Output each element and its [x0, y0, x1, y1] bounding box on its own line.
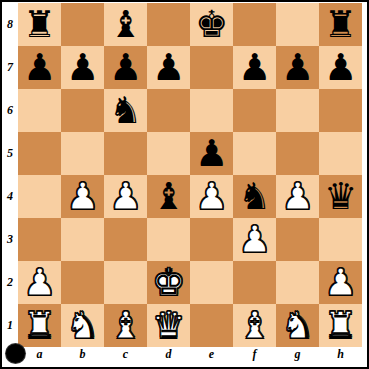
square-c5[interactable] [104, 132, 147, 175]
square-a6[interactable] [18, 89, 61, 132]
black-pawn-icon: ♟ [190, 132, 233, 175]
black-queen-icon: ♛ [319, 175, 362, 218]
white-knight-icon: ♞ [276, 304, 319, 347]
square-g4[interactable]: ♟ [276, 175, 319, 218]
black-pawn-icon: ♟ [104, 46, 147, 89]
square-f5[interactable] [233, 132, 276, 175]
white-pawn-icon: ♟ [61, 175, 104, 218]
square-g1[interactable]: ♞ [276, 304, 319, 347]
white-bishop-icon: ♝ [104, 304, 147, 347]
black-bishop-icon: ♝ [147, 175, 190, 218]
white-king-icon: ♚ [147, 261, 190, 304]
square-e1[interactable] [190, 304, 233, 347]
square-e7[interactable] [190, 46, 233, 89]
black-pawn-icon: ♟ [61, 46, 104, 89]
white-knight-icon: ♞ [61, 304, 104, 347]
square-g3[interactable] [276, 218, 319, 261]
square-g5[interactable] [276, 132, 319, 175]
black-bishop-icon: ♝ [104, 3, 147, 46]
square-g2[interactable] [276, 261, 319, 304]
square-a1[interactable]: ♜ [18, 304, 61, 347]
black-to-move-indicator-icon [6, 344, 25, 363]
square-f1[interactable]: ♝ [233, 304, 276, 347]
square-h4[interactable]: ♛ [319, 175, 362, 218]
black-knight-icon: ♞ [104, 89, 147, 132]
black-rook-icon: ♜ [319, 3, 362, 46]
rank-label-7: 7 [2, 46, 18, 89]
square-f7[interactable]: ♟ [233, 46, 276, 89]
white-rook-icon: ♜ [18, 304, 61, 347]
square-d2[interactable]: ♚ [147, 261, 190, 304]
square-c1[interactable]: ♝ [104, 304, 147, 347]
white-pawn-icon: ♟ [18, 261, 61, 304]
square-a8[interactable]: ♜ [18, 3, 61, 46]
square-h6[interactable] [319, 89, 362, 132]
rank-label-8: 8 [2, 3, 18, 46]
square-e2[interactable] [190, 261, 233, 304]
square-f6[interactable] [233, 89, 276, 132]
black-knight-icon: ♞ [233, 175, 276, 218]
black-pawn-icon: ♟ [18, 46, 61, 89]
square-c3[interactable] [104, 218, 147, 261]
square-e5[interactable]: ♟ [190, 132, 233, 175]
rank-label-6: 6 [2, 89, 18, 132]
square-e4[interactable]: ♟ [190, 175, 233, 218]
square-f8[interactable] [233, 3, 276, 46]
chess-board: ♜♝♚♜♟♟♟♟♟♟♟♞♟♟♟♝♟♞♟♛♟♟♚♟♜♞♝♛♝♞♜ [18, 3, 362, 347]
square-a5[interactable] [18, 132, 61, 175]
square-g7[interactable]: ♟ [276, 46, 319, 89]
square-c6[interactable]: ♞ [104, 89, 147, 132]
square-c8[interactable]: ♝ [104, 3, 147, 46]
square-f3[interactable]: ♟ [233, 218, 276, 261]
square-h3[interactable] [319, 218, 362, 261]
file-label-h: h [319, 347, 362, 364]
square-f2[interactable] [233, 261, 276, 304]
rank-label-1: 1 [2, 304, 18, 347]
square-d4[interactable]: ♝ [147, 175, 190, 218]
square-d1[interactable]: ♛ [147, 304, 190, 347]
white-pawn-icon: ♟ [276, 175, 319, 218]
square-d5[interactable] [147, 132, 190, 175]
chess-diagram: 87654321 ♜♝♚♜♟♟♟♟♟♟♟♞♟♟♟♝♟♞♟♛♟♟♚♟♜♞♝♛♝♞♜… [0, 0, 369, 369]
white-pawn-icon: ♟ [104, 175, 147, 218]
white-bishop-icon: ♝ [233, 304, 276, 347]
square-d3[interactable] [147, 218, 190, 261]
square-b3[interactable] [61, 218, 104, 261]
square-e3[interactable] [190, 218, 233, 261]
rank-label-4: 4 [2, 175, 18, 218]
white-rook-icon: ♜ [319, 304, 362, 347]
square-h5[interactable] [319, 132, 362, 175]
board-row: 87654321 ♜♝♚♜♟♟♟♟♟♟♟♞♟♟♟♝♟♞♟♛♟♟♚♟♜♞♝♛♝♞♜ [2, 2, 367, 347]
square-b5[interactable] [61, 132, 104, 175]
rank-label-2: 2 [2, 261, 18, 304]
file-label-c: c [104, 347, 147, 364]
square-b1[interactable]: ♞ [61, 304, 104, 347]
black-pawn-icon: ♟ [233, 46, 276, 89]
square-d8[interactable] [147, 3, 190, 46]
square-b8[interactable] [61, 3, 104, 46]
square-c7[interactable]: ♟ [104, 46, 147, 89]
file-label-b: b [61, 347, 104, 364]
square-e6[interactable] [190, 89, 233, 132]
white-pawn-icon: ♟ [319, 261, 362, 304]
rank-labels: 87654321 [2, 3, 18, 347]
file-label-g: g [276, 347, 319, 364]
file-label-f: f [233, 347, 276, 364]
square-b2[interactable] [61, 261, 104, 304]
file-labels: abcdefgh [18, 347, 362, 364]
square-d6[interactable] [147, 89, 190, 132]
square-b7[interactable]: ♟ [61, 46, 104, 89]
square-c2[interactable] [104, 261, 147, 304]
square-a7[interactable]: ♟ [18, 46, 61, 89]
square-g6[interactable] [276, 89, 319, 132]
square-g8[interactable] [276, 3, 319, 46]
square-h1[interactable]: ♜ [319, 304, 362, 347]
square-d7[interactable]: ♟ [147, 46, 190, 89]
file-label-e: e [190, 347, 233, 364]
white-pawn-icon: ♟ [190, 175, 233, 218]
square-a2[interactable]: ♟ [18, 261, 61, 304]
square-h7[interactable]: ♟ [319, 46, 362, 89]
black-pawn-icon: ♟ [276, 46, 319, 89]
square-b4[interactable]: ♟ [61, 175, 104, 218]
square-a3[interactable] [18, 218, 61, 261]
white-queen-icon: ♛ [147, 304, 190, 347]
black-king-icon: ♚ [190, 3, 233, 46]
black-rook-icon: ♜ [18, 3, 61, 46]
rank-label-3: 3 [2, 218, 18, 261]
square-h8[interactable]: ♜ [319, 3, 362, 46]
white-pawn-icon: ♟ [233, 218, 276, 261]
black-pawn-icon: ♟ [319, 46, 362, 89]
file-label-d: d [147, 347, 190, 364]
square-h2[interactable]: ♟ [319, 261, 362, 304]
square-e8[interactable]: ♚ [190, 3, 233, 46]
rank-label-5: 5 [2, 132, 18, 175]
black-pawn-icon: ♟ [147, 46, 190, 89]
square-c4[interactable]: ♟ [104, 175, 147, 218]
square-a4[interactable] [18, 175, 61, 218]
file-label-row: abcdefgh [2, 347, 367, 364]
square-f4[interactable]: ♞ [233, 175, 276, 218]
square-b6[interactable] [61, 89, 104, 132]
